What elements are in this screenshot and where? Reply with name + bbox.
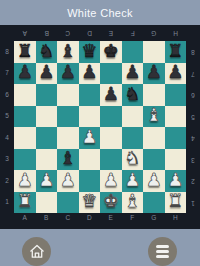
square-h8[interactable]: ♜ [165,41,187,63]
rank-label-5: 5 [186,106,200,128]
square-f2[interactable]: ♟ [122,170,144,192]
square-e8[interactable]: ♚ [100,41,122,63]
piece-black-bishop: ♝ [60,42,76,60]
square-e6[interactable]: ♟ [100,84,122,106]
piece-white-pawn: ♟ [38,171,54,189]
square-g4[interactable] [143,127,165,149]
piece-black-pawn: ♟ [17,63,33,81]
square-a4[interactable] [14,127,36,149]
rank-labels-right: 87654321 [186,41,200,213]
piece-white-king: ♚ [103,192,119,210]
piece-white-rook: ♜ [17,192,33,210]
square-c8[interactable]: ♝ [57,41,79,63]
board-panel: ABCDEFGH 87654321 ♜♞♝♛♚♜♟♟♟♟♟♟♟♟♞♝♟♝♞♟♟♟… [0,25,200,229]
rank-label-2: 2 [0,170,14,192]
chess-board: ♜♞♝♛♚♜♟♟♟♟♟♟♟♟♞♝♟♝♞♟♟♟♟♟♟♟♜♛♚♝♜ [14,41,186,213]
square-a6[interactable] [14,84,36,106]
square-d6[interactable] [79,84,101,106]
square-c6[interactable] [57,84,79,106]
home-icon [29,244,45,259]
file-label-g: G [143,214,165,222]
square-h1[interactable]: ♜ [165,192,187,214]
file-label-d: D [79,29,101,37]
rank-label-1: 1 [186,192,200,214]
square-a1[interactable]: ♜ [14,192,36,214]
file-label-a: A [14,29,36,37]
piece-black-knight: ♞ [38,42,54,60]
square-b7[interactable]: ♟ [36,63,58,85]
file-label-h: H [165,29,187,37]
rank-label-4: 4 [186,127,200,149]
piece-white-rook: ♜ [167,192,183,210]
square-b5[interactable] [36,106,58,128]
square-h2[interactable]: ♟ [165,170,187,192]
file-labels-bottom: ABCDEFGH [14,214,186,222]
rank-label-8: 8 [186,41,200,63]
square-e3[interactable] [100,149,122,171]
square-f4[interactable] [122,127,144,149]
square-c4[interactable] [57,127,79,149]
square-g1[interactable] [143,192,165,214]
file-label-c: C [57,214,79,222]
square-a5[interactable] [14,106,36,128]
file-label-b: B [36,29,58,37]
piece-white-knight: ♞ [124,149,140,167]
piece-white-pawn: ♟ [60,171,76,189]
piece-black-pawn: ♟ [167,63,183,81]
square-b6[interactable] [36,84,58,106]
rank-label-7: 7 [186,63,200,85]
square-f5[interactable] [122,106,144,128]
square-g6[interactable] [143,84,165,106]
square-d1[interactable]: ♛ [79,192,101,214]
square-g3[interactable] [143,149,165,171]
square-b4[interactable] [36,127,58,149]
piece-black-pawn: ♟ [38,63,54,81]
square-d8[interactable]: ♛ [79,41,101,63]
piece-white-bishop: ♝ [146,106,162,124]
square-d7[interactable]: ♟ [79,63,101,85]
piece-black-rook: ♜ [17,42,33,60]
square-f8[interactable] [122,41,144,63]
rank-label-3: 3 [0,149,14,171]
square-b3[interactable] [36,149,58,171]
square-g5[interactable]: ♝ [143,106,165,128]
square-c7[interactable]: ♟ [57,63,79,85]
rank-label-5: 5 [0,106,14,128]
rank-label-7: 7 [0,63,14,85]
home-button[interactable] [22,237,51,266]
piece-black-queen: ♛ [81,42,97,60]
file-label-f: F [122,214,144,222]
square-d4[interactable]: ♟ [79,127,101,149]
piece-white-pawn: ♟ [81,128,97,146]
square-c3[interactable]: ♝ [57,149,79,171]
menu-button[interactable] [148,237,177,266]
piece-black-pawn: ♟ [60,63,76,81]
file-labels-top: ABCDEFGH [14,29,186,37]
square-a7[interactable]: ♟ [14,63,36,85]
piece-black-pawn: ♟ [103,85,119,103]
piece-white-pawn: ♟ [124,171,140,189]
square-c1[interactable] [57,192,79,214]
square-b2[interactable]: ♟ [36,170,58,192]
square-h7[interactable]: ♟ [165,63,187,85]
square-h6[interactable] [165,84,187,106]
title-bar: White Check [0,0,200,25]
square-d2[interactable] [79,170,101,192]
square-f3[interactable]: ♞ [122,149,144,171]
file-label-h: H [165,214,187,222]
square-d5[interactable] [79,106,101,128]
square-h3[interactable] [165,149,187,171]
square-f6[interactable]: ♞ [122,84,144,106]
square-f7[interactable]: ♟ [122,63,144,85]
piece-white-pawn: ♟ [17,171,33,189]
square-g7[interactable]: ♟ [143,63,165,85]
file-label-f: F [122,29,144,37]
square-d3[interactable] [79,149,101,171]
file-label-e: E [100,214,122,222]
piece-black-pawn: ♟ [146,63,162,81]
piece-white-bishop: ♝ [124,192,140,210]
square-b1[interactable] [36,192,58,214]
square-c2[interactable]: ♟ [57,170,79,192]
rank-label-2: 2 [186,170,200,192]
square-c5[interactable] [57,106,79,128]
piece-black-king: ♚ [103,42,119,60]
square-a2[interactable]: ♟ [14,170,36,192]
file-label-e: E [100,29,122,37]
chess-app: White Check ABCDEFGH 87654321 ♜♞♝♛♚♜♟♟♟♟… [0,0,200,266]
file-label-b: B [36,214,58,222]
square-e1[interactable]: ♚ [100,192,122,214]
square-a3[interactable] [14,149,36,171]
file-label-d: D [79,214,101,222]
piece-white-queen: ♛ [81,192,97,210]
file-label-a: A [14,214,36,222]
bottom-bar [0,229,200,266]
square-e5[interactable] [100,106,122,128]
piece-white-pawn: ♟ [103,171,119,189]
rank-label-8: 8 [0,41,14,63]
file-label-g: G [143,29,165,37]
piece-black-knight: ♞ [124,85,140,103]
rank-label-6: 6 [186,84,200,106]
square-h5[interactable] [165,106,187,128]
piece-black-rook: ♜ [167,42,183,60]
square-a8[interactable]: ♜ [14,41,36,63]
rank-label-1: 1 [0,192,14,214]
rank-label-6: 6 [0,84,14,106]
piece-black-pawn: ♟ [81,63,97,81]
piece-black-bishop: ♝ [60,149,76,167]
square-g2[interactable]: ♟ [143,170,165,192]
square-h4[interactable] [165,127,187,149]
piece-white-pawn: ♟ [146,171,162,189]
rank-label-4: 4 [0,127,14,149]
page-title: White Check [67,7,133,19]
square-e7[interactable] [100,63,122,85]
piece-white-pawn: ♟ [167,171,183,189]
square-b8[interactable]: ♞ [36,41,58,63]
square-e2[interactable]: ♟ [100,170,122,192]
square-e4[interactable] [100,127,122,149]
square-g8[interactable] [143,41,165,63]
file-label-c: C [57,29,79,37]
rank-label-3: 3 [186,149,200,171]
square-f1[interactable]: ♝ [122,192,144,214]
rank-labels-left: 87654321 [0,41,14,213]
piece-black-pawn: ♟ [124,63,140,81]
